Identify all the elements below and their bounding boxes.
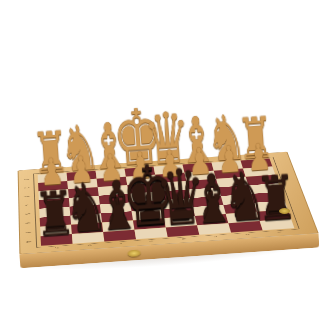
board-perspective-stage: ♜♞♝♚♛♝♞♜♟♟♟♟♟♟♟♟♟♟♟♟♟♟♟♟♜♞♝♚♛♝♞♜ 1234567… <box>0 0 320 255</box>
rank-label: 7 <box>24 231 32 233</box>
rank-label: 5 <box>24 213 32 215</box>
chess-board: ♜♞♝♚♛♝♞♜♟♟♟♟♟♟♟♟♟♟♟♟♟♟♟♟♜♞♝♚♛♝♞♜ 1234567… <box>18 152 319 254</box>
file-label: f <box>119 242 121 244</box>
file-label: e <box>150 240 154 242</box>
rank-label: 8 <box>25 241 33 243</box>
rank-label: 4 <box>24 204 32 206</box>
rank-label: 1 <box>23 179 30 181</box>
brass-latch-icon <box>127 250 140 258</box>
rank-label: 3 <box>23 196 30 198</box>
file-label: h <box>55 247 59 249</box>
file-label: g <box>87 244 91 246</box>
rank-label: 2 <box>23 187 30 189</box>
piece-dark-rook: ♜ <box>254 167 298 231</box>
rank-label: 6 <box>24 222 32 224</box>
file-label: a <box>277 231 281 233</box>
board-grid: ♜♞♝♚♛♝♞♜♟♟♟♟♟♟♟♟♟♟♟♟♟♟♟♟♜♞♝♚♛♝♞♜ <box>38 158 295 245</box>
file-label: d <box>182 238 186 240</box>
file-label: c <box>214 236 218 238</box>
brass-hinge-icon <box>279 208 290 214</box>
product-photo: ♜♞♝♚♛♝♞♜♟♟♟♟♟♟♟♟♟♟♟♟♟♟♟♟♜♞♝♚♛♝♞♜ 1234567… <box>0 0 320 320</box>
file-label: b <box>245 233 249 235</box>
